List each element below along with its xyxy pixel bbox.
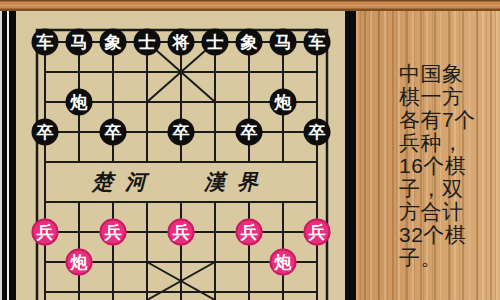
info-line: 32个棋 [399,223,491,246]
piece-red-cannon[interactable]: 炮 [66,249,93,276]
piece-black-soldier[interactable]: 卒 [236,119,263,146]
right-frame-bar [345,11,356,300]
piece-black-elephant[interactable]: 象 [100,29,127,56]
info-line: 兵种， [399,131,491,154]
piece-black-soldier[interactable]: 卒 [168,119,195,146]
piece-red-soldier[interactable]: 兵 [168,219,195,246]
pieces-layer: 车马象士将士象马车炮炮卒卒卒卒卒兵兵兵兵兵炮炮 [45,42,317,300]
piece-black-soldier[interactable]: 卒 [304,119,331,146]
info-line: 方合计 [399,200,491,223]
top-wood-strip [0,0,500,11]
piece-black-elephant[interactable]: 象 [236,29,263,56]
piece-black-horse[interactable]: 马 [270,29,297,56]
info-line: 各有7个 [399,108,491,131]
piece-black-chariot[interactable]: 车 [32,29,59,56]
piece-red-cannon[interactable]: 炮 [270,249,297,276]
piece-black-advisor[interactable]: 士 [134,29,161,56]
piece-black-cannon[interactable]: 炮 [66,89,93,116]
piece-black-general[interactable]: 将 [168,29,195,56]
piece-black-soldier[interactable]: 卒 [32,119,59,146]
piece-red-soldier[interactable]: 兵 [32,219,59,246]
piece-black-chariot[interactable]: 车 [304,29,331,56]
left-frame-bar [2,11,16,300]
info-line: 16个棋 [399,154,491,177]
piece-black-soldier[interactable]: 卒 [100,119,127,146]
info-panel: 中国象 棋一方 各有7个 兵种， 16个棋 子，双 方合计 32个棋 子。 [399,62,491,269]
info-line: 棋一方 [399,85,491,108]
info-line: 子。 [399,246,491,269]
info-line: 子，双 [399,177,491,200]
piece-black-cannon[interactable]: 炮 [270,89,297,116]
piece-black-horse[interactable]: 马 [66,29,93,56]
info-line: 中国象 [399,62,491,85]
piece-red-soldier[interactable]: 兵 [236,219,263,246]
piece-red-soldier[interactable]: 兵 [100,219,127,246]
screen: 楚河 漢界 车马象士将士象马车炮炮卒卒卒卒卒兵兵兵兵兵炮炮 中国象 棋一方 各有… [0,0,500,300]
piece-black-advisor[interactable]: 士 [202,29,229,56]
piece-red-soldier[interactable]: 兵 [304,219,331,246]
